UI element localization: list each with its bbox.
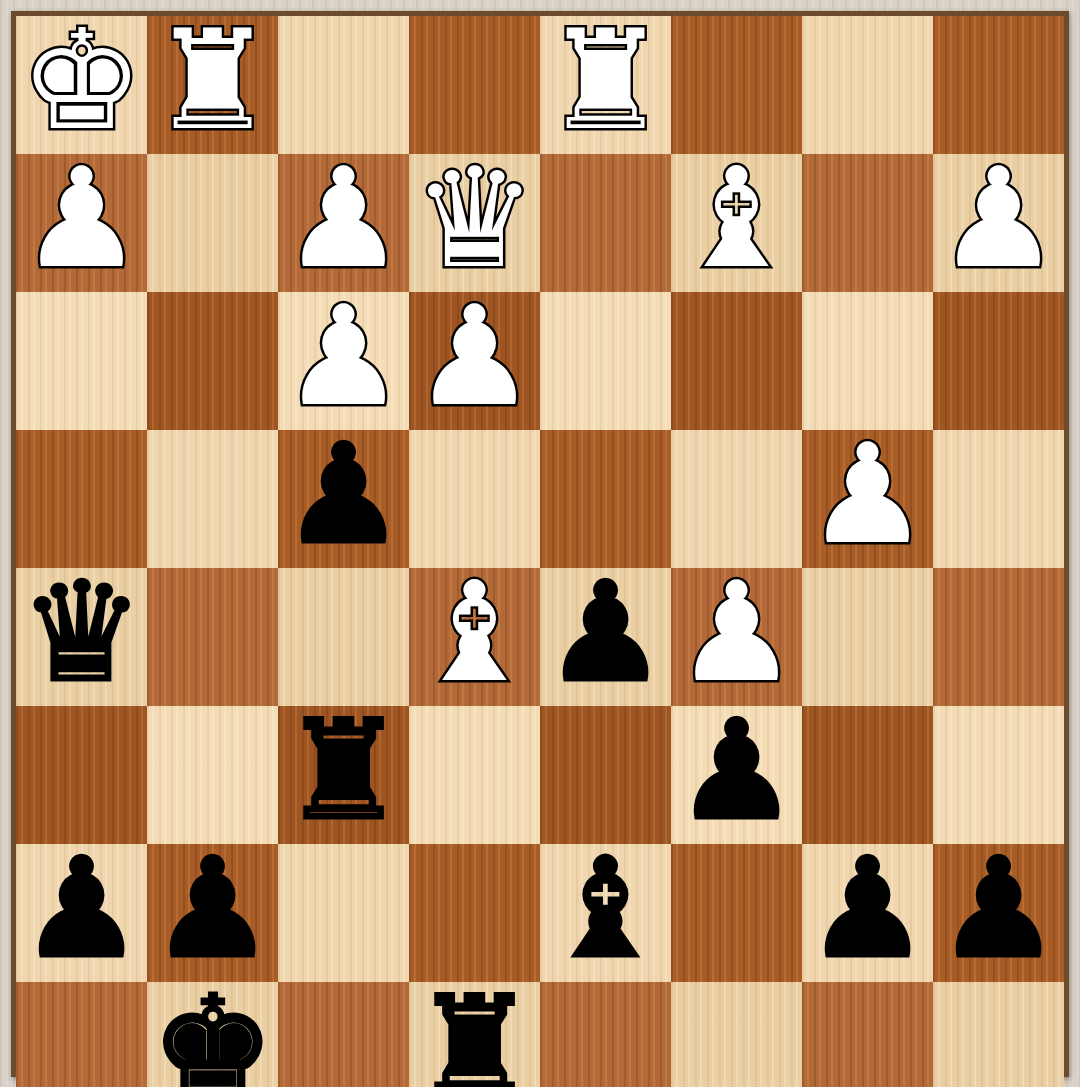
square-g1[interactable] <box>802 982 933 1087</box>
white-pawn[interactable]: ♟︎ <box>806 426 930 564</box>
black-pawn[interactable]: ♟︎ <box>282 426 406 564</box>
square-d1[interactable]: ♜︎ <box>409 982 540 1087</box>
square-a2[interactable]: ♟︎ <box>16 844 147 982</box>
black-queen[interactable]: ♛︎ <box>20 564 144 702</box>
square-h3[interactable] <box>933 706 1064 844</box>
square-d4[interactable]: ♝︎ <box>409 568 540 706</box>
square-d3[interactable] <box>409 706 540 844</box>
square-a5[interactable] <box>16 430 147 568</box>
square-a6[interactable] <box>16 292 147 430</box>
square-g3[interactable] <box>802 706 933 844</box>
square-g4[interactable] <box>802 568 933 706</box>
square-h2[interactable]: ♟︎ <box>933 844 1064 982</box>
square-b5[interactable] <box>147 430 278 568</box>
square-e1[interactable] <box>540 982 671 1087</box>
black-rook[interactable]: ♜︎ <box>282 702 406 840</box>
square-f2[interactable] <box>671 844 802 982</box>
square-g8[interactable] <box>802 16 933 154</box>
square-g5[interactable]: ♟︎ <box>802 430 933 568</box>
square-d6[interactable]: ♟︎ <box>409 292 540 430</box>
square-e4[interactable]: ♟︎ <box>540 568 671 706</box>
white-rook[interactable]: ♜︎ <box>544 12 668 150</box>
black-pawn[interactable]: ♟︎ <box>20 840 144 978</box>
black-pawn[interactable]: ♟︎ <box>675 702 799 840</box>
square-f1[interactable] <box>671 982 802 1087</box>
square-b4[interactable] <box>147 568 278 706</box>
square-e7[interactable] <box>540 154 671 292</box>
square-g6[interactable] <box>802 292 933 430</box>
square-a1[interactable] <box>16 982 147 1087</box>
square-f3[interactable]: ♟︎ <box>671 706 802 844</box>
square-c2[interactable] <box>278 844 409 982</box>
square-e6[interactable] <box>540 292 671 430</box>
square-d5[interactable] <box>409 430 540 568</box>
square-d2[interactable] <box>409 844 540 982</box>
white-pawn[interactable]: ♟︎ <box>413 288 537 426</box>
black-rook[interactable]: ♜︎ <box>413 978 537 1087</box>
square-c3[interactable]: ♜︎ <box>278 706 409 844</box>
square-h7[interactable]: ♟︎ <box>933 154 1064 292</box>
square-h5[interactable] <box>933 430 1064 568</box>
black-pawn[interactable]: ♟︎ <box>544 564 668 702</box>
square-h4[interactable] <box>933 568 1064 706</box>
square-h6[interactable] <box>933 292 1064 430</box>
square-c7[interactable]: ♟︎ <box>278 154 409 292</box>
white-pawn[interactable]: ♟︎ <box>675 564 799 702</box>
white-bishop[interactable]: ♝︎ <box>675 150 799 288</box>
square-e8[interactable]: ♜︎ <box>540 16 671 154</box>
black-pawn[interactable]: ♟︎ <box>151 840 275 978</box>
white-pawn[interactable]: ♟︎ <box>282 288 406 426</box>
square-b2[interactable]: ♟︎ <box>147 844 278 982</box>
white-bishop[interactable]: ♝︎ <box>413 564 537 702</box>
square-e5[interactable] <box>540 430 671 568</box>
square-c4[interactable] <box>278 568 409 706</box>
square-b3[interactable] <box>147 706 278 844</box>
black-pawn[interactable]: ♟︎ <box>937 840 1061 978</box>
square-c1[interactable] <box>278 982 409 1087</box>
square-b1[interactable]: ♚︎ <box>147 982 278 1087</box>
square-b7[interactable] <box>147 154 278 292</box>
page-background: ♚︎♜︎♜︎♟︎♟︎♛︎♝︎♟︎♟︎♟︎♟︎♟︎♛︎♝︎♟︎♟︎♜︎♟︎♟︎♟︎… <box>0 0 1080 1087</box>
square-f4[interactable]: ♟︎ <box>671 568 802 706</box>
square-f7[interactable]: ♝︎ <box>671 154 802 292</box>
square-a7[interactable]: ♟︎ <box>16 154 147 292</box>
square-d8[interactable] <box>409 16 540 154</box>
square-f8[interactable] <box>671 16 802 154</box>
white-pawn[interactable]: ♟︎ <box>937 150 1061 288</box>
square-b6[interactable] <box>147 292 278 430</box>
square-a4[interactable]: ♛︎ <box>16 568 147 706</box>
white-king[interactable]: ♚︎ <box>20 12 144 150</box>
square-h8[interactable] <box>933 16 1064 154</box>
white-queen[interactable]: ♛︎ <box>413 150 537 288</box>
square-e2[interactable]: ♝︎ <box>540 844 671 982</box>
white-rook[interactable]: ♜︎ <box>151 12 275 150</box>
square-a3[interactable] <box>16 706 147 844</box>
black-bishop[interactable]: ♝︎ <box>544 840 668 978</box>
black-king[interactable]: ♚︎ <box>151 978 275 1087</box>
square-c6[interactable]: ♟︎ <box>278 292 409 430</box>
square-c5[interactable]: ♟︎ <box>278 430 409 568</box>
square-g7[interactable] <box>802 154 933 292</box>
square-c8[interactable] <box>278 16 409 154</box>
square-d7[interactable]: ♛︎ <box>409 154 540 292</box>
chess-board: ♚︎♜︎♜︎♟︎♟︎♛︎♝︎♟︎♟︎♟︎♟︎♟︎♛︎♝︎♟︎♟︎♜︎♟︎♟︎♟︎… <box>11 11 1069 1077</box>
white-pawn[interactable]: ♟︎ <box>282 150 406 288</box>
square-e3[interactable] <box>540 706 671 844</box>
square-a8[interactable]: ♚︎ <box>16 16 147 154</box>
white-pawn[interactable]: ♟︎ <box>20 150 144 288</box>
square-f5[interactable] <box>671 430 802 568</box>
square-f6[interactable] <box>671 292 802 430</box>
square-g2[interactable]: ♟︎ <box>802 844 933 982</box>
square-b8[interactable]: ♜︎ <box>147 16 278 154</box>
black-pawn[interactable]: ♟︎ <box>806 840 930 978</box>
square-h1[interactable] <box>933 982 1064 1087</box>
